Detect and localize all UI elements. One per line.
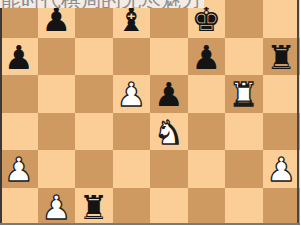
square-g5 [225, 113, 263, 151]
square-a7: ♟ [0, 38, 38, 76]
caption-text: 能时代棋局的无尽魅力 [1, 0, 201, 8]
square-e3 [150, 188, 188, 226]
square-a6 [0, 75, 38, 113]
square-a4: ♟ [0, 150, 38, 188]
square-g4 [225, 150, 263, 188]
square-e5: ♞ [150, 113, 188, 151]
square-c3: ♜ [75, 188, 113, 226]
square-c7 [75, 38, 113, 76]
board-border-left [0, 0, 2, 225]
piece-black-rook-h7: ♜ [266, 39, 296, 77]
square-b5 [38, 113, 76, 151]
piece-white-pawn-d6: ♟ [116, 76, 146, 114]
square-c5 [75, 113, 113, 151]
square-g3 [225, 188, 263, 226]
square-f7: ♟ [188, 38, 226, 76]
piece-white-knight-e5: ♞ [154, 114, 184, 152]
piece-white-rook-g6: ♜ [229, 76, 259, 114]
square-e4 [150, 150, 188, 188]
square-h5 [263, 113, 301, 151]
square-a5 [0, 113, 38, 151]
square-c4 [75, 150, 113, 188]
square-a3 [0, 188, 38, 226]
square-c6 [75, 75, 113, 113]
square-b3: ♟ [38, 188, 76, 226]
square-h7: ♜ [263, 38, 301, 76]
square-g7 [225, 38, 263, 76]
square-f5 [188, 113, 226, 151]
square-b4 [38, 150, 76, 188]
square-h4: ♟ [263, 150, 301, 188]
square-b7 [38, 38, 76, 76]
square-e7 [150, 38, 188, 76]
square-g6: ♜ [225, 75, 263, 113]
piece-white-pawn-a4: ♟ [4, 151, 34, 189]
square-h6 [263, 75, 301, 113]
square-e6: ♟ [150, 75, 188, 113]
square-d4 [113, 150, 151, 188]
square-f3 [188, 188, 226, 226]
piece-black-pawn-a7: ♟ [4, 39, 34, 77]
square-h8 [263, 0, 301, 38]
square-g8 [225, 0, 263, 38]
piece-black-pawn-f7: ♟ [191, 39, 221, 77]
square-f4 [188, 150, 226, 188]
piece-black-rook-c3: ♜ [79, 189, 109, 226]
square-d6: ♟ [113, 75, 151, 113]
square-h3 [263, 188, 301, 226]
board-border-bottom [0, 223, 300, 225]
square-f6 [188, 75, 226, 113]
chess-board: ♟♝♚♟♟♜♟♟♜♞♟♟♟♜ [0, 0, 300, 225]
piece-white-pawn-b3: ♟ [41, 189, 71, 226]
square-b6 [38, 75, 76, 113]
square-d3 [113, 188, 151, 226]
piece-white-pawn-h4: ♟ [266, 151, 296, 189]
piece-black-pawn-e6: ♟ [154, 76, 184, 114]
chess-article-thumbnail[interactable]: ♟♝♚♟♟♜♟♟♜♞♟♟♟♜ 能时代棋局的无尽魅力 [0, 0, 300, 225]
square-d7 [113, 38, 151, 76]
board-border-right [297, 0, 299, 225]
caption-strip: 能时代棋局的无尽魅力 [0, 0, 204, 8]
square-d5 [113, 113, 151, 151]
